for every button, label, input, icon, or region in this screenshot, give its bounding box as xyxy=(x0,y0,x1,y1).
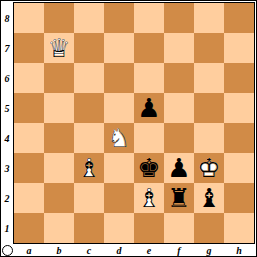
square-f5[interactable] xyxy=(164,93,194,123)
white-piece-outline: ♘ xyxy=(104,123,134,153)
square-a6[interactable] xyxy=(14,63,44,93)
square-h5[interactable] xyxy=(224,93,254,123)
square-c3[interactable]: ♝♗ xyxy=(74,153,104,183)
rank-label-1: 1 xyxy=(1,213,13,243)
square-f3[interactable]: ♟ xyxy=(164,153,194,183)
square-g2[interactable]: ♝ xyxy=(194,183,224,213)
square-a2[interactable] xyxy=(14,183,44,213)
file-label-f: f xyxy=(164,244,194,256)
square-h2[interactable] xyxy=(224,183,254,213)
white-to-move-indicator xyxy=(2,245,13,256)
square-c7[interactable] xyxy=(74,33,104,63)
white-piece-outline: ♕ xyxy=(44,33,74,63)
black-piece-glyph: ♝ xyxy=(194,183,224,213)
square-c8[interactable] xyxy=(74,3,104,33)
square-e7[interactable] xyxy=(134,33,164,63)
black-piece-glyph: ♟ xyxy=(134,93,164,123)
black-pawn-f3: ♟ xyxy=(164,153,194,183)
rank-label-2: 2 xyxy=(1,183,13,213)
file-label-h: h xyxy=(224,244,254,256)
square-g7[interactable] xyxy=(194,33,224,63)
file-label-d: d xyxy=(104,244,134,256)
square-b7[interactable]: ♛♕ xyxy=(44,33,74,63)
square-h6[interactable] xyxy=(224,63,254,93)
square-e8[interactable] xyxy=(134,3,164,33)
white-knight-d4: ♞♘ xyxy=(104,123,134,153)
square-e2[interactable]: ♝♗ xyxy=(134,183,164,213)
square-h1[interactable] xyxy=(224,213,254,243)
square-f4[interactable] xyxy=(164,123,194,153)
white-bishop-e2: ♝♗ xyxy=(134,183,164,213)
black-piece-glyph: ♜ xyxy=(164,183,194,213)
square-g4[interactable] xyxy=(194,123,224,153)
white-bishop-c3: ♝♗ xyxy=(74,153,104,183)
square-b6[interactable] xyxy=(44,63,74,93)
square-g6[interactable] xyxy=(194,63,224,93)
square-b8[interactable] xyxy=(44,3,74,33)
chess-diagram: ♛♕♟♞♘♝♗♚♟♚♔♝♗♜♝ 87654321 abcdefgh xyxy=(0,0,257,257)
black-bishop-g2: ♝ xyxy=(194,183,224,213)
square-f7[interactable] xyxy=(164,33,194,63)
square-b5[interactable] xyxy=(44,93,74,123)
square-d7[interactable] xyxy=(104,33,134,63)
square-c4[interactable] xyxy=(74,123,104,153)
square-f8[interactable] xyxy=(164,3,194,33)
square-f1[interactable] xyxy=(164,213,194,243)
square-d4[interactable]: ♞♘ xyxy=(104,123,134,153)
square-h3[interactable] xyxy=(224,153,254,183)
square-f2[interactable]: ♜ xyxy=(164,183,194,213)
square-e4[interactable] xyxy=(134,123,164,153)
rank-label-7: 7 xyxy=(1,33,13,63)
square-e1[interactable] xyxy=(134,213,164,243)
square-g8[interactable] xyxy=(194,3,224,33)
rank-label-8: 8 xyxy=(1,3,13,33)
square-a1[interactable] xyxy=(14,213,44,243)
file-label-g: g xyxy=(194,244,224,256)
square-c6[interactable] xyxy=(74,63,104,93)
white-piece-outline: ♔ xyxy=(194,153,224,183)
file-label-e: e xyxy=(134,244,164,256)
square-g1[interactable] xyxy=(194,213,224,243)
square-a7[interactable] xyxy=(14,33,44,63)
square-d2[interactable] xyxy=(104,183,134,213)
square-b4[interactable] xyxy=(44,123,74,153)
square-d1[interactable] xyxy=(104,213,134,243)
square-e6[interactable] xyxy=(134,63,164,93)
square-e3[interactable]: ♚ xyxy=(134,153,164,183)
square-b2[interactable] xyxy=(44,183,74,213)
rank-label-4: 4 xyxy=(1,123,13,153)
square-d8[interactable] xyxy=(104,3,134,33)
square-c1[interactable] xyxy=(74,213,104,243)
file-label-c: c xyxy=(74,244,104,256)
chess-board: ♛♕♟♞♘♝♗♚♟♚♔♝♗♜♝ xyxy=(13,2,255,244)
square-c5[interactable] xyxy=(74,93,104,123)
square-h4[interactable] xyxy=(224,123,254,153)
file-label-a: a xyxy=(14,244,44,256)
square-g3[interactable]: ♚♔ xyxy=(194,153,224,183)
square-a4[interactable] xyxy=(14,123,44,153)
rank-label-5: 5 xyxy=(1,93,13,123)
square-a3[interactable] xyxy=(14,153,44,183)
square-d6[interactable] xyxy=(104,63,134,93)
square-h8[interactable] xyxy=(224,3,254,33)
square-a8[interactable] xyxy=(14,3,44,33)
square-g5[interactable] xyxy=(194,93,224,123)
square-e5[interactable]: ♟ xyxy=(134,93,164,123)
square-a5[interactable] xyxy=(14,93,44,123)
rank-label-3: 3 xyxy=(1,153,13,183)
square-f6[interactable] xyxy=(164,63,194,93)
square-h7[interactable] xyxy=(224,33,254,63)
black-rook-f2: ♜ xyxy=(164,183,194,213)
white-queen-b7: ♛♕ xyxy=(44,33,74,63)
white-piece-outline: ♗ xyxy=(74,153,104,183)
black-pawn-e5: ♟ xyxy=(134,93,164,123)
square-d5[interactable] xyxy=(104,93,134,123)
square-b3[interactable] xyxy=(44,153,74,183)
square-c2[interactable] xyxy=(74,183,104,213)
black-piece-glyph: ♟ xyxy=(164,153,194,183)
white-piece-outline: ♗ xyxy=(134,183,164,213)
rank-label-6: 6 xyxy=(1,63,13,93)
black-piece-glyph: ♚ xyxy=(134,153,164,183)
white-king-g3: ♚♔ xyxy=(194,153,224,183)
black-king-e3: ♚ xyxy=(134,153,164,183)
square-b1[interactable] xyxy=(44,213,74,243)
square-d3[interactable] xyxy=(104,153,134,183)
file-label-b: b xyxy=(44,244,74,256)
